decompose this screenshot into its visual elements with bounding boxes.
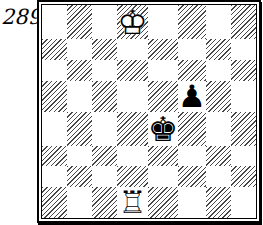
chess-board: ♚♔♟♚♜♖ [37,0,261,223]
square-e2 [148,166,178,187]
square-e6 [148,60,178,81]
square-h1 [231,187,256,218]
square-h7 [231,39,256,60]
square-a2 [42,166,67,187]
square-g3 [206,146,231,167]
square-f7 [178,39,206,60]
square-d4 [117,112,147,146]
square-d7 [117,39,147,60]
black-king: ♚ [148,112,178,146]
square-e1 [148,187,178,218]
square-d6 [117,60,147,81]
square-c3 [92,146,117,167]
square-e3 [148,146,178,167]
square-f2 [178,166,206,187]
square-d3 [117,146,147,167]
square-f4 [178,112,206,146]
black-pawn: ♟ [178,81,206,112]
square-g5 [206,81,231,112]
square-a8 [42,5,67,39]
white-rook-glyph: ♖ [118,187,146,218]
square-c4 [92,112,117,146]
square-b5 [67,81,92,112]
square-b8 [67,5,92,39]
square-h4 [231,112,256,146]
square-c7 [92,39,117,60]
book-page: 289 ♚♔♟♚♜♖ [0,0,263,225]
square-a5 [42,81,67,112]
black-pawn-glyph: ♟ [178,81,206,112]
square-e5 [148,81,178,112]
square-b7 [67,39,92,60]
white-king-glyph: ♔ [117,5,147,39]
square-c5 [92,81,117,112]
square-f1 [178,187,206,218]
square-b6 [67,60,92,81]
square-a6 [42,60,67,81]
square-e8 [148,5,178,39]
square-f8 [178,5,206,39]
square-a4 [42,112,67,146]
square-d8: ♚♔ [117,5,147,39]
square-d5 [117,81,147,112]
square-f3 [178,146,206,167]
square-c1 [92,187,117,218]
square-c8 [92,5,117,39]
square-a1 [42,187,67,218]
square-h8 [231,5,256,39]
white-king: ♚♔ [117,5,147,39]
square-g2 [206,166,231,187]
square-c2 [92,166,117,187]
square-c6 [92,60,117,81]
square-h5 [231,81,256,112]
diagram-number: 289 [1,6,35,29]
square-a7 [42,39,67,60]
square-b2 [67,166,92,187]
square-g6 [206,60,231,81]
white-rook: ♜♖ [117,187,147,218]
square-a3 [42,146,67,167]
square-f5: ♟ [178,81,206,112]
square-g1 [206,187,231,218]
square-g8 [206,5,231,39]
square-g7 [206,39,231,60]
square-e4: ♚ [148,112,178,146]
square-b4 [67,112,92,146]
square-h6 [231,60,256,81]
square-e7 [148,39,178,60]
square-h2 [231,166,256,187]
square-b3 [67,146,92,167]
square-h3 [231,146,256,167]
square-d1: ♜♖ [117,187,147,218]
square-g4 [206,112,231,146]
board-grid: ♚♔♟♚♜♖ [41,4,257,219]
black-king-glyph: ♚ [148,112,178,146]
square-b1 [67,187,92,218]
